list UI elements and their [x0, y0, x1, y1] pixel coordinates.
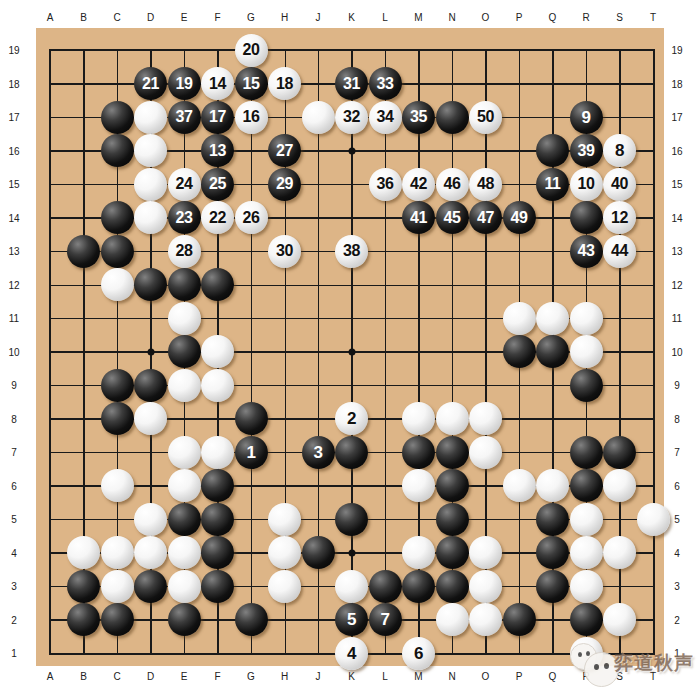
- intersection-J19[interactable]: [301, 33, 335, 67]
- intersection-B5[interactable]: [67, 502, 101, 536]
- intersection-G9[interactable]: [234, 368, 268, 402]
- intersection-N12[interactable]: [435, 268, 469, 302]
- intersection-F16[interactable]: 13: [201, 134, 235, 168]
- intersection-R18[interactable]: [569, 67, 603, 101]
- intersection-K2[interactable]: 5: [335, 603, 369, 637]
- intersection-M16[interactable]: [402, 134, 436, 168]
- intersection-Q3[interactable]: [536, 569, 570, 603]
- intersection-B15[interactable]: [67, 167, 101, 201]
- intersection-B6[interactable]: [67, 469, 101, 503]
- intersection-S19[interactable]: [603, 33, 637, 67]
- intersection-K3[interactable]: [335, 569, 369, 603]
- intersection-L9[interactable]: [368, 368, 402, 402]
- intersection-R12[interactable]: [569, 268, 603, 302]
- intersection-N14[interactable]: 45: [435, 201, 469, 235]
- intersection-Q4[interactable]: [536, 536, 570, 570]
- intersection-E4[interactable]: [167, 536, 201, 570]
- intersection-N19[interactable]: [435, 33, 469, 67]
- intersection-N5[interactable]: [435, 502, 469, 536]
- intersection-F8[interactable]: [201, 402, 235, 436]
- intersection-K12[interactable]: [335, 268, 369, 302]
- intersection-A4[interactable]: [33, 536, 67, 570]
- intersection-R19[interactable]: [569, 33, 603, 67]
- intersection-Q8[interactable]: [536, 402, 570, 436]
- intersection-C7[interactable]: [100, 435, 134, 469]
- intersection-N8[interactable]: [435, 402, 469, 436]
- intersection-M8[interactable]: [402, 402, 436, 436]
- intersection-S13[interactable]: 44: [603, 234, 637, 268]
- intersection-M9[interactable]: [402, 368, 436, 402]
- intersection-O1[interactable]: [469, 636, 503, 670]
- intersection-C5[interactable]: [100, 502, 134, 536]
- intersection-J13[interactable]: [301, 234, 335, 268]
- intersection-M14[interactable]: 41: [402, 201, 436, 235]
- intersection-K5[interactable]: [335, 502, 369, 536]
- intersection-O5[interactable]: [469, 502, 503, 536]
- intersection-F12[interactable]: [201, 268, 235, 302]
- intersection-M15[interactable]: 42: [402, 167, 436, 201]
- intersection-N1[interactable]: [435, 636, 469, 670]
- intersection-S16[interactable]: 8: [603, 134, 637, 168]
- intersection-C2[interactable]: [100, 603, 134, 637]
- intersection-O16[interactable]: [469, 134, 503, 168]
- intersection-L5[interactable]: [368, 502, 402, 536]
- intersection-G1[interactable]: [234, 636, 268, 670]
- intersection-G10[interactable]: [234, 335, 268, 369]
- intersection-A11[interactable]: [33, 301, 67, 335]
- intersection-O19[interactable]: [469, 33, 503, 67]
- intersection-K16[interactable]: [335, 134, 369, 168]
- intersection-B11[interactable]: [67, 301, 101, 335]
- intersection-C16[interactable]: [100, 134, 134, 168]
- intersection-T9[interactable]: [636, 368, 670, 402]
- intersection-N15[interactable]: 46: [435, 167, 469, 201]
- intersection-J17[interactable]: [301, 100, 335, 134]
- intersection-S8[interactable]: [603, 402, 637, 436]
- intersection-F14[interactable]: 22: [201, 201, 235, 235]
- intersection-O10[interactable]: [469, 335, 503, 369]
- intersection-T17[interactable]: [636, 100, 670, 134]
- intersection-R11[interactable]: [569, 301, 603, 335]
- intersection-J5[interactable]: [301, 502, 335, 536]
- intersection-P3[interactable]: [502, 569, 536, 603]
- intersection-G8[interactable]: [234, 402, 268, 436]
- intersection-K7[interactable]: [335, 435, 369, 469]
- intersection-E12[interactable]: [167, 268, 201, 302]
- intersection-M5[interactable]: [402, 502, 436, 536]
- intersection-K8[interactable]: 2: [335, 402, 369, 436]
- intersection-E2[interactable]: [167, 603, 201, 637]
- intersection-Q18[interactable]: [536, 67, 570, 101]
- intersection-P12[interactable]: [502, 268, 536, 302]
- intersection-Q6[interactable]: [536, 469, 570, 503]
- intersection-H6[interactable]: [268, 469, 302, 503]
- intersection-Q11[interactable]: [536, 301, 570, 335]
- intersection-E11[interactable]: [167, 301, 201, 335]
- intersection-A17[interactable]: [33, 100, 67, 134]
- intersection-R5[interactable]: [569, 502, 603, 536]
- intersection-B3[interactable]: [67, 569, 101, 603]
- intersection-T13[interactable]: [636, 234, 670, 268]
- intersection-P11[interactable]: [502, 301, 536, 335]
- intersection-C4[interactable]: [100, 536, 134, 570]
- intersection-N18[interactable]: [435, 67, 469, 101]
- intersection-D5[interactable]: [134, 502, 168, 536]
- intersection-K10[interactable]: [335, 335, 369, 369]
- intersection-D19[interactable]: [134, 33, 168, 67]
- intersection-B19[interactable]: [67, 33, 101, 67]
- intersection-C13[interactable]: [100, 234, 134, 268]
- intersection-C3[interactable]: [100, 569, 134, 603]
- intersection-H3[interactable]: [268, 569, 302, 603]
- intersection-A13[interactable]: [33, 234, 67, 268]
- intersection-M12[interactable]: [402, 268, 436, 302]
- intersection-G17[interactable]: 16: [234, 100, 268, 134]
- intersection-H4[interactable]: [268, 536, 302, 570]
- intersection-F15[interactable]: 25: [201, 167, 235, 201]
- intersection-N13[interactable]: [435, 234, 469, 268]
- intersection-C12[interactable]: [100, 268, 134, 302]
- intersection-G12[interactable]: [234, 268, 268, 302]
- intersection-E10[interactable]: [167, 335, 201, 369]
- intersection-S15[interactable]: 40: [603, 167, 637, 201]
- intersection-K17[interactable]: 32: [335, 100, 369, 134]
- intersection-S17[interactable]: [603, 100, 637, 134]
- intersection-J3[interactable]: [301, 569, 335, 603]
- intersection-A8[interactable]: [33, 402, 67, 436]
- intersection-O18[interactable]: [469, 67, 503, 101]
- intersection-L15[interactable]: 36: [368, 167, 402, 201]
- intersection-O6[interactable]: [469, 469, 503, 503]
- intersection-R14[interactable]: [569, 201, 603, 235]
- intersection-L12[interactable]: [368, 268, 402, 302]
- intersection-B12[interactable]: [67, 268, 101, 302]
- intersection-T14[interactable]: [636, 201, 670, 235]
- intersection-Q1[interactable]: [536, 636, 570, 670]
- intersection-G7[interactable]: 1: [234, 435, 268, 469]
- intersection-H10[interactable]: [268, 335, 302, 369]
- intersection-T11[interactable]: [636, 301, 670, 335]
- intersection-B14[interactable]: [67, 201, 101, 235]
- intersection-P4[interactable]: [502, 536, 536, 570]
- intersection-H17[interactable]: [268, 100, 302, 134]
- intersection-H14[interactable]: [268, 201, 302, 235]
- intersection-R10[interactable]: [569, 335, 603, 369]
- intersection-B10[interactable]: [67, 335, 101, 369]
- intersection-M4[interactable]: [402, 536, 436, 570]
- intersection-C18[interactable]: [100, 67, 134, 101]
- intersection-Q17[interactable]: [536, 100, 570, 134]
- intersection-D17[interactable]: [134, 100, 168, 134]
- intersection-O9[interactable]: [469, 368, 503, 402]
- intersection-O13[interactable]: [469, 234, 503, 268]
- intersection-J8[interactable]: [301, 402, 335, 436]
- intersection-D2[interactable]: [134, 603, 168, 637]
- intersection-T6[interactable]: [636, 469, 670, 503]
- intersection-R8[interactable]: [569, 402, 603, 436]
- intersection-J9[interactable]: [301, 368, 335, 402]
- intersection-F2[interactable]: [201, 603, 235, 637]
- intersection-K11[interactable]: [335, 301, 369, 335]
- intersection-B4[interactable]: [67, 536, 101, 570]
- intersection-F5[interactable]: [201, 502, 235, 536]
- intersection-S3[interactable]: [603, 569, 637, 603]
- intersection-T15[interactable]: [636, 167, 670, 201]
- intersection-H15[interactable]: 29: [268, 167, 302, 201]
- intersection-E15[interactable]: 24: [167, 167, 201, 201]
- intersection-D6[interactable]: [134, 469, 168, 503]
- intersection-F9[interactable]: [201, 368, 235, 402]
- intersection-T2[interactable]: [636, 603, 670, 637]
- intersection-C9[interactable]: [100, 368, 134, 402]
- intersection-T8[interactable]: [636, 402, 670, 436]
- intersection-K1[interactable]: 4: [335, 636, 369, 670]
- intersection-L4[interactable]: [368, 536, 402, 570]
- intersection-O2[interactable]: [469, 603, 503, 637]
- intersection-N6[interactable]: [435, 469, 469, 503]
- intersection-R7[interactable]: [569, 435, 603, 469]
- intersection-P19[interactable]: [502, 33, 536, 67]
- intersection-J11[interactable]: [301, 301, 335, 335]
- intersection-H2[interactable]: [268, 603, 302, 637]
- intersection-B1[interactable]: [67, 636, 101, 670]
- intersection-O3[interactable]: [469, 569, 503, 603]
- intersection-N9[interactable]: [435, 368, 469, 402]
- intersection-T5[interactable]: [636, 502, 670, 536]
- intersection-Q2[interactable]: [536, 603, 570, 637]
- intersection-D15[interactable]: [134, 167, 168, 201]
- intersection-D8[interactable]: [134, 402, 168, 436]
- intersection-E17[interactable]: 37: [167, 100, 201, 134]
- intersection-J6[interactable]: [301, 469, 335, 503]
- intersection-S2[interactable]: [603, 603, 637, 637]
- intersection-D9[interactable]: [134, 368, 168, 402]
- intersection-A5[interactable]: [33, 502, 67, 536]
- intersection-O15[interactable]: 48: [469, 167, 503, 201]
- intersection-G13[interactable]: [234, 234, 268, 268]
- intersection-T18[interactable]: [636, 67, 670, 101]
- intersection-Q12[interactable]: [536, 268, 570, 302]
- intersection-O17[interactable]: 50: [469, 100, 503, 134]
- intersection-E16[interactable]: [167, 134, 201, 168]
- intersection-C8[interactable]: [100, 402, 134, 436]
- intersection-N11[interactable]: [435, 301, 469, 335]
- intersection-L16[interactable]: [368, 134, 402, 168]
- intersection-F7[interactable]: [201, 435, 235, 469]
- intersection-P2[interactable]: [502, 603, 536, 637]
- intersection-H19[interactable]: [268, 33, 302, 67]
- intersection-R15[interactable]: 10: [569, 167, 603, 201]
- intersection-D18[interactable]: 21: [134, 67, 168, 101]
- intersection-C10[interactable]: [100, 335, 134, 369]
- intersection-S11[interactable]: [603, 301, 637, 335]
- intersection-G15[interactable]: [234, 167, 268, 201]
- intersection-C1[interactable]: [100, 636, 134, 670]
- intersection-T3[interactable]: [636, 569, 670, 603]
- intersection-P6[interactable]: [502, 469, 536, 503]
- intersection-K15[interactable]: [335, 167, 369, 201]
- intersection-J12[interactable]: [301, 268, 335, 302]
- intersection-S14[interactable]: 12: [603, 201, 637, 235]
- intersection-E8[interactable]: [167, 402, 201, 436]
- intersection-Q16[interactable]: [536, 134, 570, 168]
- intersection-J2[interactable]: [301, 603, 335, 637]
- intersection-O14[interactable]: 47: [469, 201, 503, 235]
- intersection-A15[interactable]: [33, 167, 67, 201]
- intersection-R2[interactable]: [569, 603, 603, 637]
- intersection-M19[interactable]: [402, 33, 436, 67]
- intersection-A2[interactable]: [33, 603, 67, 637]
- intersection-H18[interactable]: 18: [268, 67, 302, 101]
- intersection-M17[interactable]: 35: [402, 100, 436, 134]
- intersection-T7[interactable]: [636, 435, 670, 469]
- intersection-E14[interactable]: 23: [167, 201, 201, 235]
- intersection-M18[interactable]: [402, 67, 436, 101]
- intersection-L11[interactable]: [368, 301, 402, 335]
- intersection-S7[interactable]: [603, 435, 637, 469]
- intersection-R4[interactable]: [569, 536, 603, 570]
- intersection-T4[interactable]: [636, 536, 670, 570]
- intersection-S9[interactable]: [603, 368, 637, 402]
- intersection-R17[interactable]: 9: [569, 100, 603, 134]
- intersection-R13[interactable]: 43: [569, 234, 603, 268]
- intersection-E7[interactable]: [167, 435, 201, 469]
- intersection-J4[interactable]: [301, 536, 335, 570]
- intersection-F11[interactable]: [201, 301, 235, 335]
- intersection-G6[interactable]: [234, 469, 268, 503]
- intersection-D11[interactable]: [134, 301, 168, 335]
- intersection-F19[interactable]: [201, 33, 235, 67]
- intersection-M6[interactable]: [402, 469, 436, 503]
- intersection-M11[interactable]: [402, 301, 436, 335]
- intersection-P5[interactable]: [502, 502, 536, 536]
- intersection-P1[interactable]: [502, 636, 536, 670]
- intersection-L13[interactable]: [368, 234, 402, 268]
- intersection-O11[interactable]: [469, 301, 503, 335]
- intersection-R3[interactable]: [569, 569, 603, 603]
- intersection-H8[interactable]: [268, 402, 302, 436]
- intersection-S12[interactable]: [603, 268, 637, 302]
- intersection-D7[interactable]: [134, 435, 168, 469]
- intersection-G14[interactable]: 26: [234, 201, 268, 235]
- intersection-K6[interactable]: [335, 469, 369, 503]
- intersection-A14[interactable]: [33, 201, 67, 235]
- intersection-G19[interactable]: 20: [234, 33, 268, 67]
- intersection-K19[interactable]: [335, 33, 369, 67]
- intersection-Q13[interactable]: [536, 234, 570, 268]
- intersection-S10[interactable]: [603, 335, 637, 369]
- intersection-C6[interactable]: [100, 469, 134, 503]
- intersection-G2[interactable]: [234, 603, 268, 637]
- intersection-Q19[interactable]: [536, 33, 570, 67]
- intersection-P9[interactable]: [502, 368, 536, 402]
- intersection-L1[interactable]: [368, 636, 402, 670]
- intersection-A19[interactable]: [33, 33, 67, 67]
- intersection-E18[interactable]: 19: [167, 67, 201, 101]
- intersection-Q9[interactable]: [536, 368, 570, 402]
- intersection-M2[interactable]: [402, 603, 436, 637]
- intersection-J16[interactable]: [301, 134, 335, 168]
- intersection-L7[interactable]: [368, 435, 402, 469]
- intersection-H1[interactable]: [268, 636, 302, 670]
- intersection-M13[interactable]: [402, 234, 436, 268]
- intersection-P13[interactable]: [502, 234, 536, 268]
- intersection-C11[interactable]: [100, 301, 134, 335]
- intersection-D14[interactable]: [134, 201, 168, 235]
- intersection-L2[interactable]: 7: [368, 603, 402, 637]
- intersection-F17[interactable]: 17: [201, 100, 235, 134]
- intersection-H5[interactable]: [268, 502, 302, 536]
- intersection-T16[interactable]: [636, 134, 670, 168]
- intersection-O7[interactable]: [469, 435, 503, 469]
- intersection-S18[interactable]: [603, 67, 637, 101]
- intersection-P8[interactable]: [502, 402, 536, 436]
- intersection-D4[interactable]: [134, 536, 168, 570]
- intersection-A9[interactable]: [33, 368, 67, 402]
- intersection-K18[interactable]: 31: [335, 67, 369, 101]
- intersection-H13[interactable]: 30: [268, 234, 302, 268]
- intersection-K9[interactable]: [335, 368, 369, 402]
- intersection-P17[interactable]: [502, 100, 536, 134]
- intersection-A6[interactable]: [33, 469, 67, 503]
- intersection-B17[interactable]: [67, 100, 101, 134]
- intersection-G16[interactable]: [234, 134, 268, 168]
- intersection-J1[interactable]: [301, 636, 335, 670]
- intersection-B13[interactable]: [67, 234, 101, 268]
- intersection-S4[interactable]: [603, 536, 637, 570]
- intersection-H12[interactable]: [268, 268, 302, 302]
- intersection-L8[interactable]: [368, 402, 402, 436]
- intersection-J15[interactable]: [301, 167, 335, 201]
- intersection-L6[interactable]: [368, 469, 402, 503]
- intersection-Q5[interactable]: [536, 502, 570, 536]
- intersection-K14[interactable]: [335, 201, 369, 235]
- intersection-N17[interactable]: [435, 100, 469, 134]
- intersection-P7[interactable]: [502, 435, 536, 469]
- intersection-Q15[interactable]: 11: [536, 167, 570, 201]
- intersection-G18[interactable]: 15: [234, 67, 268, 101]
- intersection-B2[interactable]: [67, 603, 101, 637]
- intersection-B16[interactable]: [67, 134, 101, 168]
- intersection-P15[interactable]: [502, 167, 536, 201]
- intersection-G4[interactable]: [234, 536, 268, 570]
- intersection-M1[interactable]: 6: [402, 636, 436, 670]
- intersection-O8[interactable]: [469, 402, 503, 436]
- intersection-F18[interactable]: 14: [201, 67, 235, 101]
- intersection-C19[interactable]: [100, 33, 134, 67]
- intersection-G11[interactable]: [234, 301, 268, 335]
- intersection-L19[interactable]: [368, 33, 402, 67]
- intersection-O12[interactable]: [469, 268, 503, 302]
- intersection-J14[interactable]: [301, 201, 335, 235]
- intersection-M3[interactable]: [402, 569, 436, 603]
- intersection-N7[interactable]: [435, 435, 469, 469]
- intersection-H7[interactable]: [268, 435, 302, 469]
- intersection-N4[interactable]: [435, 536, 469, 570]
- intersection-H11[interactable]: [268, 301, 302, 335]
- intersection-P14[interactable]: 49: [502, 201, 536, 235]
- intersection-N16[interactable]: [435, 134, 469, 168]
- intersection-F6[interactable]: [201, 469, 235, 503]
- intersection-A3[interactable]: [33, 569, 67, 603]
- intersection-F4[interactable]: [201, 536, 235, 570]
- intersection-H9[interactable]: [268, 368, 302, 402]
- intersection-B18[interactable]: [67, 67, 101, 101]
- intersection-E9[interactable]: [167, 368, 201, 402]
- intersection-D3[interactable]: [134, 569, 168, 603]
- intersection-F3[interactable]: [201, 569, 235, 603]
- intersection-E1[interactable]: [167, 636, 201, 670]
